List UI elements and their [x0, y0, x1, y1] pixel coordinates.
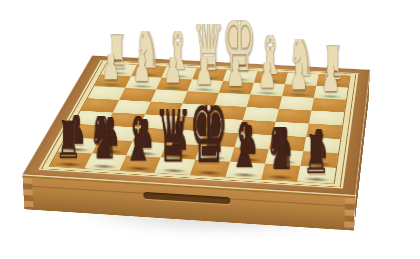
- square[interactable]: ♜: [297, 166, 336, 184]
- piece-white-pawn[interactable]: ♟: [125, 55, 157, 87]
- square[interactable]: ♟: [250, 83, 285, 97]
- pawn-glyph: ♟: [257, 52, 276, 95]
- knight-glyph: ♞: [265, 111, 295, 179]
- piece-black-rook[interactable]: ♜: [293, 134, 339, 181]
- piece-white-pawn[interactable]: ♟: [251, 62, 283, 95]
- chess-box: ♜♞♝♛♚♝♞♜♟♟♟♟♟♟♟♟♟♟♟♟♟♟♟♟♜♞♝♛♚♝♞♜: [22, 56, 370, 196]
- pawn-glyph: ♟: [132, 45, 150, 87]
- pawn-glyph: ♟: [321, 55, 340, 98]
- rook-glyph: ♜: [55, 106, 81, 166]
- piece-white-pawn[interactable]: ♟: [314, 65, 346, 98]
- handle-groove: [143, 192, 230, 204]
- board-cream-border: ♜♞♝♛♚♝♞♜♟♟♟♟♟♟♟♟♟♟♟♟♟♟♟♟♜♞♝♛♚♝♞♜: [38, 60, 358, 189]
- box-top-wooden-rim: ♜♞♝♛♚♝♞♜♟♟♟♟♟♟♟♟♟♟♟♟♟♟♟♟♜♞♝♛♚♝♞♜: [22, 56, 370, 196]
- product-photo-stage: ♜♞♝♛♚♝♞♜♟♟♟♟♟♟♟♟♟♟♟♟♟♟♟♟♜♞♝♛♚♝♞♜: [0, 0, 420, 259]
- finger-joint-left: [22, 177, 33, 210]
- pawn-glyph: ♟: [289, 53, 308, 96]
- piece-white-pawn[interactable]: ♟: [95, 54, 127, 86]
- rook-glyph: ♜: [302, 119, 329, 181]
- board-squares: ♜♞♝♛♚♝♞♜♟♟♟♟♟♟♟♟♟♟♟♟♟♟♟♟♜♞♝♛♚♝♞♜: [50, 63, 350, 183]
- pawn-glyph: ♟: [101, 44, 119, 86]
- square[interactable]: ♟: [314, 86, 348, 100]
- scene: ♜♞♝♛♚♝♞♜♟♟♟♟♟♟♟♟♟♟♟♟♟♟♟♟♜♞♝♛♚♝♞♜: [0, 0, 420, 259]
- piece-white-pawn[interactable]: ♟: [282, 63, 314, 96]
- square[interactable]: ♟: [282, 84, 316, 98]
